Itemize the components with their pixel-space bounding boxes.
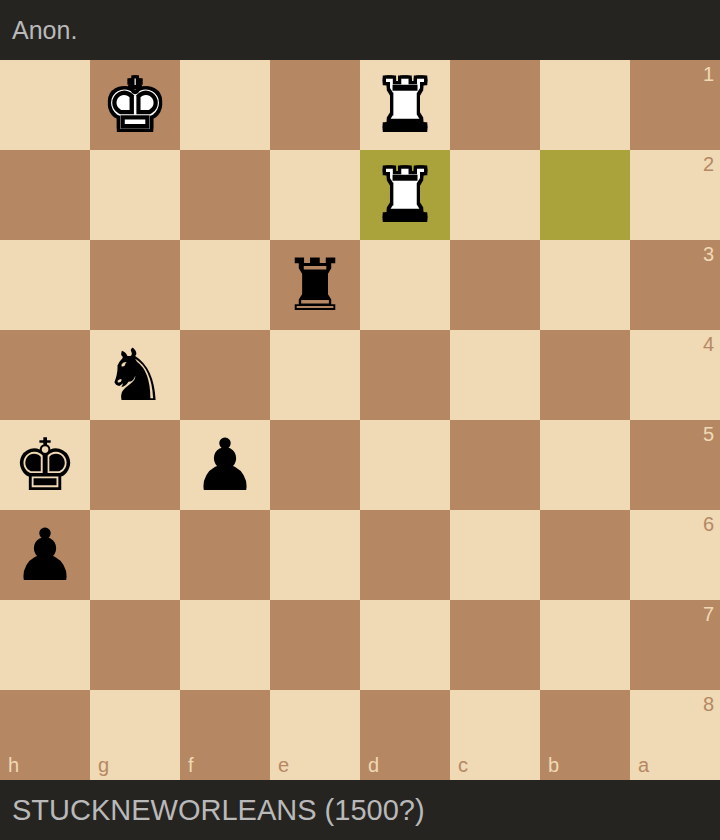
square-b1[interactable] (540, 60, 630, 150)
square-f5[interactable]: ♟ (180, 420, 270, 510)
square-a5[interactable]: 5 (630, 420, 720, 510)
square-h6[interactable]: ♟ (0, 510, 90, 600)
coord-file-d: d (368, 755, 379, 775)
square-g3[interactable] (90, 240, 180, 330)
square-f8[interactable]: f (180, 690, 270, 780)
square-b2[interactable] (540, 150, 630, 240)
coord-rank-6: 6 (703, 514, 714, 534)
square-d3[interactable] (360, 240, 450, 330)
square-d5[interactable] (360, 420, 450, 510)
square-a7[interactable]: 7 (630, 600, 720, 690)
square-b8[interactable]: b (540, 690, 630, 780)
coord-rank-5: 5 (703, 424, 714, 444)
square-a8[interactable]: 8a (630, 690, 720, 780)
square-b4[interactable] (540, 330, 630, 420)
coord-file-a: a (638, 755, 649, 775)
square-d6[interactable] (360, 510, 450, 600)
square-a6[interactable]: 6 (630, 510, 720, 600)
square-e4[interactable] (270, 330, 360, 420)
square-b6[interactable] (540, 510, 630, 600)
square-f6[interactable] (180, 510, 270, 600)
coord-rank-2: 2 (703, 154, 714, 174)
square-d8[interactable]: d (360, 690, 450, 780)
square-c3[interactable] (450, 240, 540, 330)
square-a4[interactable]: 4 (630, 330, 720, 420)
coord-file-c: c (458, 755, 468, 775)
player-bottom-bar: STUCKNEWORLEANS (1500?) (0, 780, 720, 840)
square-a1[interactable]: 1 (630, 60, 720, 150)
black-pawn[interactable]: ♟ (13, 519, 78, 591)
white-king[interactable]: ♚ (103, 69, 168, 141)
square-e8[interactable]: e (270, 690, 360, 780)
square-f7[interactable] (180, 600, 270, 690)
coord-rank-3: 3 (703, 244, 714, 264)
black-knight[interactable]: ♞ (103, 339, 168, 411)
square-d2[interactable]: ♜ (360, 150, 450, 240)
coord-file-e: e (278, 755, 289, 775)
square-g4[interactable]: ♞ (90, 330, 180, 420)
square-g8[interactable]: g (90, 690, 180, 780)
square-g7[interactable] (90, 600, 180, 690)
coord-file-b: b (548, 755, 559, 775)
square-f3[interactable] (180, 240, 270, 330)
player-top-name: Anon. (12, 16, 77, 45)
chess-board: ♚♜1♜2♜3♞4♚♟5♟67hgfedcb8a (0, 60, 720, 780)
coord-rank-7: 7 (703, 604, 714, 624)
square-b3[interactable] (540, 240, 630, 330)
square-e1[interactable] (270, 60, 360, 150)
white-rook[interactable]: ♜ (373, 159, 438, 231)
square-g2[interactable] (90, 150, 180, 240)
square-f1[interactable] (180, 60, 270, 150)
player-bottom-name: STUCKNEWORLEANS (1500?) (12, 794, 425, 827)
square-h2[interactable] (0, 150, 90, 240)
square-h5[interactable]: ♚ (0, 420, 90, 510)
square-e5[interactable] (270, 420, 360, 510)
square-c6[interactable] (450, 510, 540, 600)
black-pawn[interactable]: ♟ (193, 429, 258, 501)
square-b5[interactable] (540, 420, 630, 510)
player-top-bar: Anon. (0, 0, 720, 60)
square-g5[interactable] (90, 420, 180, 510)
square-g6[interactable] (90, 510, 180, 600)
white-rook[interactable]: ♜ (373, 69, 438, 141)
square-c1[interactable] (450, 60, 540, 150)
square-h1[interactable] (0, 60, 90, 150)
square-d4[interactable] (360, 330, 450, 420)
square-d1[interactable]: ♜ (360, 60, 450, 150)
square-d7[interactable] (360, 600, 450, 690)
square-e3[interactable]: ♜ (270, 240, 360, 330)
square-f2[interactable] (180, 150, 270, 240)
square-h4[interactable] (0, 330, 90, 420)
square-f4[interactable] (180, 330, 270, 420)
app-window: Anon. ♚♜1♜2♜3♞4♚♟5♟67hgfedcb8a STUCKNEWO… (0, 0, 720, 840)
square-h8[interactable]: h (0, 690, 90, 780)
square-c8[interactable]: c (450, 690, 540, 780)
square-c7[interactable] (450, 600, 540, 690)
black-rook[interactable]: ♜ (283, 249, 348, 321)
square-e6[interactable] (270, 510, 360, 600)
coord-file-g: g (98, 755, 109, 775)
coord-file-h: h (8, 755, 19, 775)
square-h3[interactable] (0, 240, 90, 330)
square-a3[interactable]: 3 (630, 240, 720, 330)
coord-rank-1: 1 (703, 64, 714, 84)
square-e2[interactable] (270, 150, 360, 240)
coord-rank-4: 4 (703, 334, 714, 354)
square-c5[interactable] (450, 420, 540, 510)
square-c2[interactable] (450, 150, 540, 240)
square-g1[interactable]: ♚ (90, 60, 180, 150)
square-a2[interactable]: 2 (630, 150, 720, 240)
black-king[interactable]: ♚ (13, 429, 78, 501)
coord-file-f: f (188, 755, 194, 775)
square-b7[interactable] (540, 600, 630, 690)
square-h7[interactable] (0, 600, 90, 690)
square-e7[interactable] (270, 600, 360, 690)
coord-rank-8: 8 (703, 694, 714, 714)
square-c4[interactable] (450, 330, 540, 420)
